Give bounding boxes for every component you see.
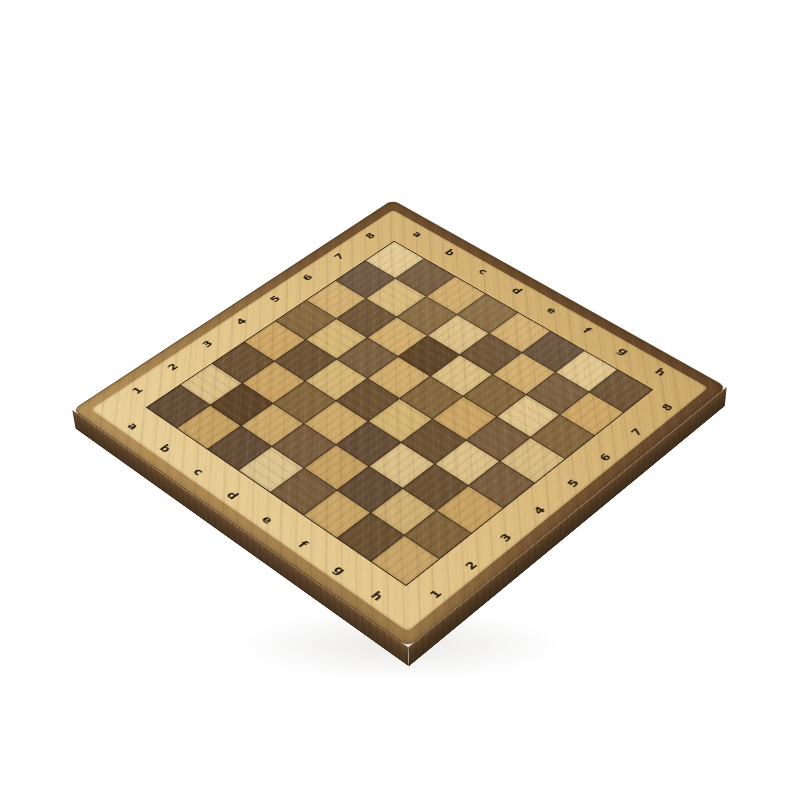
square-a4 xyxy=(244,321,304,360)
product-photo: aa88bb77cc66dd55ee44ff33gg22hh11 xyxy=(0,0,800,800)
square-f5 xyxy=(432,396,495,439)
square-d8 xyxy=(457,294,516,332)
coordinate-border xyxy=(90,209,708,631)
square-h6 xyxy=(531,415,594,459)
square-f4 xyxy=(401,419,464,463)
square-b1 xyxy=(177,405,240,448)
square-a6 xyxy=(306,280,365,318)
square-e2 xyxy=(304,444,368,489)
square-h7 xyxy=(560,392,623,435)
square-b7 xyxy=(366,278,425,316)
square-d4 xyxy=(336,378,398,420)
square-e4 xyxy=(368,398,431,441)
square-c3 xyxy=(273,381,335,423)
square-a3 xyxy=(213,342,274,382)
board-frame xyxy=(72,199,726,647)
square-g2 xyxy=(370,488,435,535)
square-g3 xyxy=(403,464,468,510)
square-e3 xyxy=(337,421,400,465)
square-g4 xyxy=(435,440,499,485)
square-b6 xyxy=(336,298,395,336)
square-g7 xyxy=(526,372,588,414)
square-h3 xyxy=(437,486,502,533)
square-e5 xyxy=(400,376,462,418)
square-g5 xyxy=(466,417,529,461)
square-c5 xyxy=(336,337,397,377)
square-h8 xyxy=(589,370,651,412)
chessboard: aa88bb77cc66dd55ee44ff33gg22hh11 xyxy=(72,199,726,647)
square-e1 xyxy=(271,468,336,514)
square-f7 xyxy=(493,352,554,393)
square-f8 xyxy=(522,331,583,371)
square-f3 xyxy=(369,442,433,487)
square-d6 xyxy=(398,335,459,375)
square-a8 xyxy=(365,241,422,277)
square-d1 xyxy=(239,447,303,492)
square-g6 xyxy=(496,394,559,437)
square-c2 xyxy=(241,403,304,446)
square-h5 xyxy=(500,438,564,483)
square-c6 xyxy=(367,317,427,356)
square-a7 xyxy=(336,260,394,297)
square-a1 xyxy=(147,385,209,427)
square-d5 xyxy=(368,357,429,398)
square-e7 xyxy=(460,333,521,373)
square-e8 xyxy=(489,312,549,351)
square-c8 xyxy=(426,276,485,314)
square-d3 xyxy=(305,401,368,444)
square-c1 xyxy=(207,426,270,470)
square-b5 xyxy=(306,319,366,358)
playing-area xyxy=(145,240,652,585)
square-f2 xyxy=(337,466,402,512)
square-f6 xyxy=(463,374,525,416)
square-g8 xyxy=(555,350,616,391)
square-h4 xyxy=(469,461,534,507)
square-h1 xyxy=(371,536,438,585)
square-c7 xyxy=(397,296,456,334)
square-h2 xyxy=(405,510,471,558)
square-a5 xyxy=(276,300,335,338)
square-g1 xyxy=(337,513,403,561)
square-a2 xyxy=(180,363,241,404)
square-f1 xyxy=(303,490,368,537)
square-d2 xyxy=(272,423,335,467)
perspective-wrapper: aa88bb77cc66dd55ee44ff33gg22hh11 xyxy=(160,159,639,638)
square-b3 xyxy=(243,361,304,402)
square-e6 xyxy=(430,354,491,395)
square-b2 xyxy=(210,383,272,425)
square-b4 xyxy=(274,340,335,380)
square-b8 xyxy=(395,258,453,295)
square-d7 xyxy=(428,314,488,353)
square-c4 xyxy=(305,359,366,400)
